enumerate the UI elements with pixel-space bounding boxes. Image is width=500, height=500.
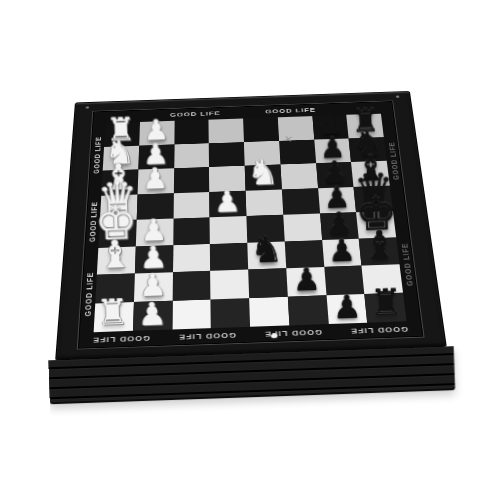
- square-r8c2: ♟: [133, 300, 172, 330]
- square-r6c6: [284, 240, 323, 268]
- square-r5c5: [246, 215, 284, 243]
- square-r4c4: ♟: [209, 190, 246, 217]
- square-r1c5: [243, 117, 279, 141]
- square-r8c3: [172, 299, 211, 329]
- square-r3c8: ♝: [351, 161, 390, 187]
- square-r6c2: ♟: [135, 245, 173, 274]
- square-r4c5: [246, 189, 283, 216]
- square-r7c8: [362, 264, 403, 293]
- square-r3c7: ♟: [316, 162, 354, 188]
- square-r8c5: [249, 296, 289, 326]
- square-r3c1: ♝: [101, 169, 138, 195]
- square-r7c7: [324, 266, 365, 295]
- square-r3c2: ♟: [137, 168, 173, 194]
- square-r3c3: [173, 167, 209, 193]
- square-r1c7: ♟: [312, 115, 349, 139]
- square-r5c2: ♟: [136, 219, 174, 247]
- piece-black-pawn: ♟: [333, 291, 362, 323]
- square-r6c5: ♞: [247, 241, 286, 270]
- brand-text: GOOD LIFE: [92, 334, 150, 344]
- brand-text: GOOD LIFE: [265, 107, 316, 115]
- square-r1c4: [209, 118, 244, 142]
- board-grid: ♜♟♟♜♞♟♟♞♝♟♞♟♝♛♟♟♛♚♟♟♚♝♟♞♟♝♟♟♜♟♟♜: [94, 114, 407, 333]
- brand-text: GOOD LIFE: [387, 142, 401, 180]
- square-r5c3: [173, 217, 210, 245]
- square-r3c6: [280, 163, 317, 189]
- square-r4c2: [136, 193, 173, 220]
- brand-text: GOOD LIFE: [178, 331, 236, 341]
- square-r4c7: ♟: [318, 187, 357, 214]
- brand-text: GOOD LIFE: [82, 272, 94, 317]
- piece-black-pawn: ♟: [328, 235, 356, 266]
- square-r1c2: ♟: [139, 121, 174, 146]
- square-r6c1: ♝: [97, 246, 136, 275]
- square-r3c5: ♞: [245, 164, 282, 190]
- square-r8c4: [211, 298, 250, 328]
- square-r6c4: [210, 242, 248, 271]
- square-r5c4: [210, 216, 248, 244]
- square-r5c7: ♟: [320, 212, 359, 240]
- square-r7c6: ♟: [286, 267, 326, 296]
- square-r2c4: [209, 142, 245, 167]
- square-r4c1: ♛: [100, 194, 137, 221]
- square-r1c8: ♜: [346, 114, 383, 138]
- brand-text: GOOD LIFE: [87, 201, 99, 242]
- square-r2c7: ♟: [314, 138, 351, 163]
- piece-white-pawn: ♟: [139, 241, 167, 272]
- brand-text: GOOD LIFE: [350, 325, 409, 335]
- square-r2c3: [174, 143, 210, 168]
- square-r5c6: [283, 213, 322, 241]
- piece-black-pawn: ♟: [324, 182, 351, 212]
- brand-text: GOOD LIFE: [170, 110, 221, 118]
- square-r7c1: [95, 274, 134, 304]
- square-r2c5: [244, 141, 280, 166]
- square-r2c2: ♟: [138, 144, 174, 169]
- square-r6c8: ♝: [359, 237, 400, 265]
- piece-black-pawn: ♟: [292, 263, 321, 295]
- board-front-edge: [48, 346, 455, 404]
- square-r2c8: ♞: [349, 137, 387, 162]
- square-r6c3: [173, 244, 211, 273]
- piece-white-pawn: ♟: [140, 214, 168, 245]
- screw-dot-icon: [396, 95, 400, 98]
- piece-white-pawn: ♟: [138, 269, 167, 301]
- square-r7c3: [172, 271, 210, 300]
- square-r7c5: [248, 268, 287, 297]
- square-r4c8: ♛: [354, 185, 393, 212]
- board-frame: GOOD LIFEGOOD LIFE GOOD LIFEGOOD LIFEGOO…: [55, 91, 447, 361]
- square-r5c1: ♚: [98, 220, 136, 248]
- square-r8c7: ♟: [326, 294, 367, 324]
- screw-dot-icon: [86, 106, 90, 109]
- square-r1c3: [174, 120, 209, 145]
- piece-white-pawn: ♟: [137, 297, 166, 329]
- board-surface: GOOD LIFEGOOD LIFE GOOD LIFEGOOD LIFEGOO…: [77, 100, 425, 349]
- brand-text: GOOD LIFE: [91, 136, 102, 174]
- square-r8c1: ♜: [94, 302, 134, 333]
- square-r5c8: ♚: [356, 211, 396, 239]
- square-r8c6: [288, 295, 329, 325]
- square-r7c2: ♟: [134, 272, 173, 302]
- square-r2c1: ♞: [103, 145, 139, 170]
- square-r8c8: ♜: [365, 292, 407, 322]
- square-r4c3: [173, 192, 210, 219]
- square-r1c1: ♜: [104, 122, 140, 147]
- piece-white-pawn: ♟: [214, 186, 241, 216]
- square-r3c4: [209, 166, 245, 192]
- square-r6c7: ♟: [322, 238, 362, 266]
- square-r4c6: [282, 188, 320, 215]
- square-r7c4: [210, 270, 249, 299]
- chess-set-photo: GOOD LIFEGOOD LIFE GOOD LIFEGOOD LIFEGOO…: [0, 0, 500, 500]
- piece-black-pawn: ♟: [326, 208, 354, 239]
